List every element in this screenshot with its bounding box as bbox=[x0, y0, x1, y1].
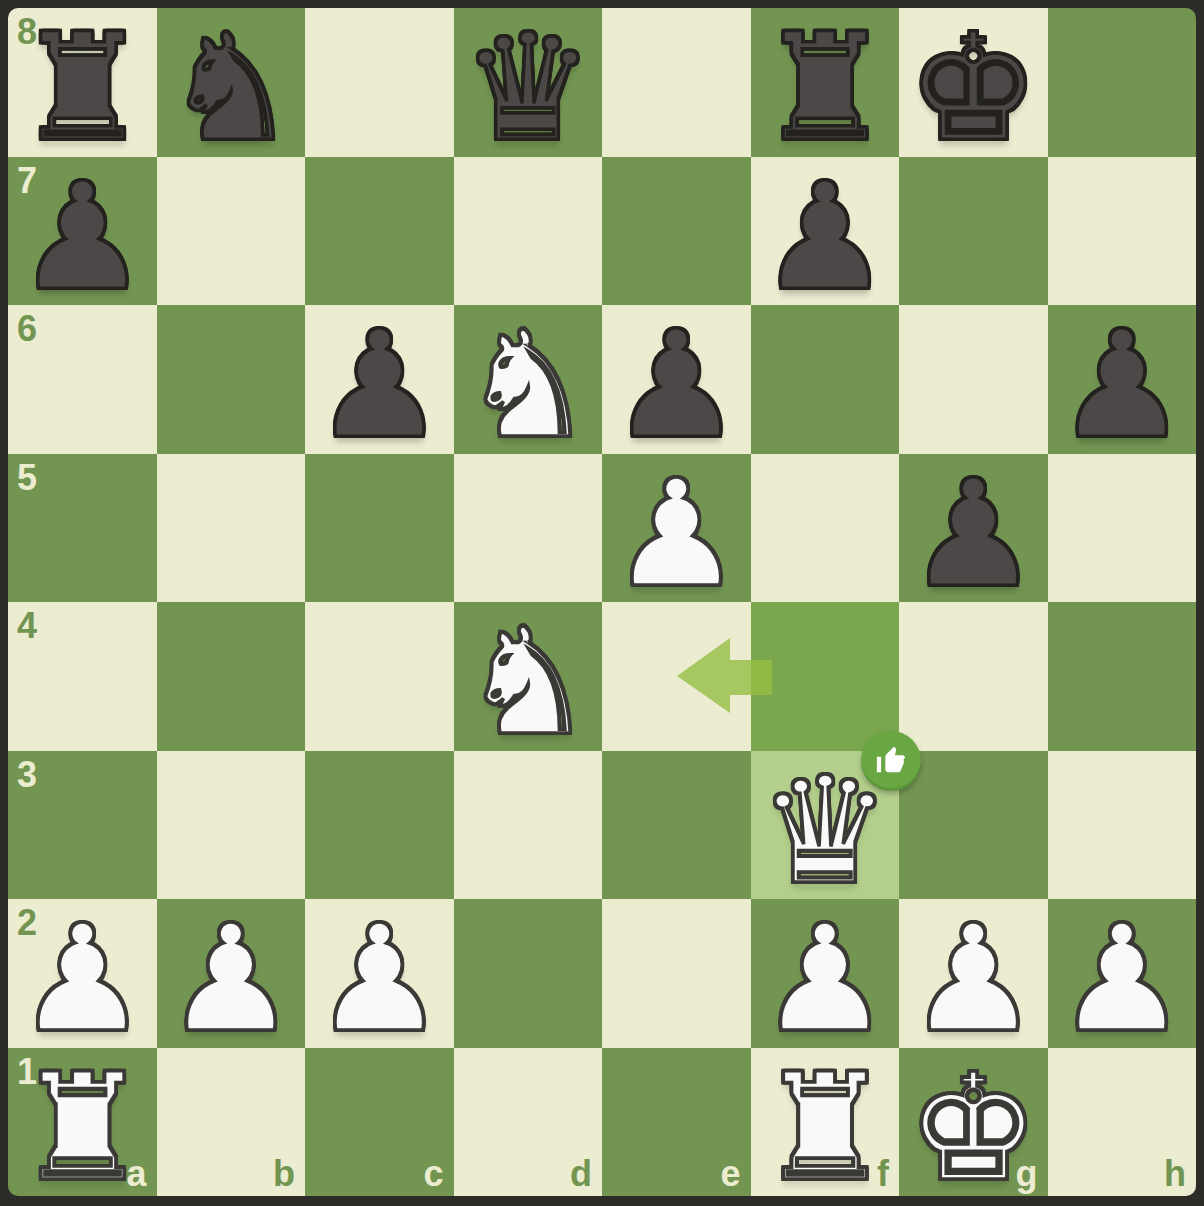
square-g1[interactable]: g♚ bbox=[899, 1048, 1048, 1197]
square-a8[interactable]: 8♜ bbox=[8, 8, 157, 157]
square-f2[interactable]: ♟ bbox=[751, 899, 900, 1048]
file-label-b: b bbox=[273, 1156, 295, 1192]
board-area: 8♜♞♛♜♚7♟♟6♟♞♟♟5♟♟4♞3♛2♟♟♟♟♟♟1a♜bcdef♜g♚h bbox=[8, 8, 1196, 1196]
black-pawn[interactable]: ♟ bbox=[8, 163, 157, 312]
white-pawn[interactable]: ♟ bbox=[1048, 905, 1197, 1054]
square-e3[interactable] bbox=[602, 751, 751, 900]
square-a4[interactable]: 4 bbox=[8, 602, 157, 751]
rank-label-5: 5 bbox=[17, 460, 37, 496]
square-e1[interactable]: e bbox=[602, 1048, 751, 1197]
square-a6[interactable]: 6 bbox=[8, 305, 157, 454]
square-b7[interactable] bbox=[157, 157, 306, 306]
square-h2[interactable]: ♟ bbox=[1048, 899, 1197, 1048]
square-c3[interactable] bbox=[305, 751, 454, 900]
square-b1[interactable]: b bbox=[157, 1048, 306, 1197]
square-h1[interactable]: h bbox=[1048, 1048, 1197, 1197]
black-pawn[interactable]: ♟ bbox=[899, 460, 1048, 609]
square-c1[interactable]: c bbox=[305, 1048, 454, 1197]
square-c4[interactable] bbox=[305, 602, 454, 751]
black-pawn[interactable]: ♟ bbox=[305, 311, 454, 460]
square-g2[interactable]: ♟ bbox=[899, 899, 1048, 1048]
square-d5[interactable] bbox=[454, 454, 603, 603]
white-pawn[interactable]: ♟ bbox=[157, 905, 306, 1054]
white-knight[interactable]: ♞ bbox=[454, 311, 603, 460]
black-pawn[interactable]: ♟ bbox=[1048, 311, 1197, 460]
square-e5[interactable]: ♟ bbox=[602, 454, 751, 603]
square-d7[interactable] bbox=[454, 157, 603, 306]
square-g3[interactable] bbox=[899, 751, 1048, 900]
square-b4[interactable] bbox=[157, 602, 306, 751]
square-e8[interactable] bbox=[602, 8, 751, 157]
square-f6[interactable] bbox=[751, 305, 900, 454]
square-a3[interactable]: 3 bbox=[8, 751, 157, 900]
board-frame: 8♜♞♛♜♚7♟♟6♟♞♟♟5♟♟4♞3♛2♟♟♟♟♟♟1a♜bcdef♜g♚h bbox=[0, 0, 1204, 1206]
square-c2[interactable]: ♟ bbox=[305, 899, 454, 1048]
square-f1[interactable]: f♜ bbox=[751, 1048, 900, 1197]
rank-label-3: 3 bbox=[17, 757, 37, 793]
thumbs-up-badge bbox=[861, 731, 921, 791]
file-label-h: h bbox=[1164, 1156, 1186, 1192]
square-b8[interactable]: ♞ bbox=[157, 8, 306, 157]
square-f8[interactable]: ♜ bbox=[751, 8, 900, 157]
square-g4[interactable] bbox=[899, 602, 1048, 751]
black-pawn[interactable]: ♟ bbox=[602, 311, 751, 460]
square-d3[interactable] bbox=[454, 751, 603, 900]
white-pawn[interactable]: ♟ bbox=[602, 460, 751, 609]
square-e4[interactable] bbox=[602, 602, 751, 751]
square-a1[interactable]: 1a♜ bbox=[8, 1048, 157, 1197]
file-label-c: c bbox=[423, 1156, 443, 1192]
square-f4[interactable] bbox=[751, 602, 900, 751]
square-b3[interactable] bbox=[157, 751, 306, 900]
square-b2[interactable]: ♟ bbox=[157, 899, 306, 1048]
square-e7[interactable] bbox=[602, 157, 751, 306]
square-g7[interactable] bbox=[899, 157, 1048, 306]
square-f7[interactable]: ♟ bbox=[751, 157, 900, 306]
square-c5[interactable] bbox=[305, 454, 454, 603]
black-rook[interactable]: ♜ bbox=[8, 14, 157, 163]
square-h8[interactable] bbox=[1048, 8, 1197, 157]
white-knight[interactable]: ♞ bbox=[454, 608, 603, 757]
square-a2[interactable]: 2♟ bbox=[8, 899, 157, 1048]
thumbs-up-icon bbox=[874, 744, 908, 778]
white-king[interactable]: ♚ bbox=[899, 1054, 1048, 1197]
square-d2[interactable] bbox=[454, 899, 603, 1048]
square-g5[interactable]: ♟ bbox=[899, 454, 1048, 603]
square-d1[interactable]: d bbox=[454, 1048, 603, 1197]
square-e2[interactable] bbox=[602, 899, 751, 1048]
chess-board: 8♜♞♛♜♚7♟♟6♟♞♟♟5♟♟4♞3♛2♟♟♟♟♟♟1a♜bcdef♜g♚h bbox=[8, 8, 1196, 1196]
square-c7[interactable] bbox=[305, 157, 454, 306]
black-king[interactable]: ♚ bbox=[899, 14, 1048, 163]
white-pawn[interactable]: ♟ bbox=[751, 905, 900, 1054]
square-g6[interactable] bbox=[899, 305, 1048, 454]
white-rook[interactable]: ♜ bbox=[8, 1054, 157, 1197]
rank-label-4: 4 bbox=[17, 608, 37, 644]
white-pawn[interactable]: ♟ bbox=[305, 905, 454, 1054]
black-queen[interactable]: ♛ bbox=[454, 14, 603, 163]
square-b5[interactable] bbox=[157, 454, 306, 603]
square-h4[interactable] bbox=[1048, 602, 1197, 751]
square-f5[interactable] bbox=[751, 454, 900, 603]
square-c8[interactable] bbox=[305, 8, 454, 157]
square-h6[interactable]: ♟ bbox=[1048, 305, 1197, 454]
square-d8[interactable]: ♛ bbox=[454, 8, 603, 157]
square-h5[interactable] bbox=[1048, 454, 1197, 603]
square-d4[interactable]: ♞ bbox=[454, 602, 603, 751]
black-knight[interactable]: ♞ bbox=[157, 14, 306, 163]
square-h3[interactable] bbox=[1048, 751, 1197, 900]
square-h7[interactable] bbox=[1048, 157, 1197, 306]
square-a7[interactable]: 7♟ bbox=[8, 157, 157, 306]
white-rook[interactable]: ♜ bbox=[751, 1054, 900, 1197]
white-pawn[interactable]: ♟ bbox=[899, 905, 1048, 1054]
square-c6[interactable]: ♟ bbox=[305, 305, 454, 454]
black-pawn[interactable]: ♟ bbox=[751, 163, 900, 312]
square-b6[interactable] bbox=[157, 305, 306, 454]
square-e6[interactable]: ♟ bbox=[602, 305, 751, 454]
file-label-d: d bbox=[570, 1156, 592, 1192]
black-rook[interactable]: ♜ bbox=[751, 14, 900, 163]
square-a5[interactable]: 5 bbox=[8, 454, 157, 603]
square-g8[interactable]: ♚ bbox=[899, 8, 1048, 157]
square-d6[interactable]: ♞ bbox=[454, 305, 603, 454]
file-label-e: e bbox=[720, 1156, 740, 1192]
white-pawn[interactable]: ♟ bbox=[8, 905, 157, 1054]
